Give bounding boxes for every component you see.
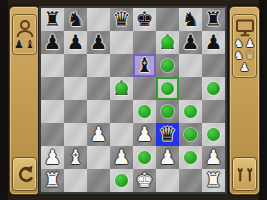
square-a5[interactable]: [41, 77, 64, 100]
square-b1[interactable]: [64, 169, 87, 192]
square-a8[interactable]: ♜: [41, 8, 64, 31]
monitor-icon: [233, 19, 256, 37]
square-f5[interactable]: [156, 77, 179, 100]
right-player-rail: ♞♟♞♛♟: [229, 6, 260, 195]
square-c5[interactable]: [87, 77, 110, 100]
piece-black-pawn: ♟: [64, 31, 87, 54]
square-d1[interactable]: [110, 169, 133, 192]
square-c8[interactable]: [87, 8, 110, 31]
square-b6[interactable]: [64, 54, 87, 77]
left-player-rail: ♟♝: [9, 6, 40, 195]
square-e4[interactable]: [133, 100, 156, 123]
square-e1[interactable]: ♚: [133, 169, 156, 192]
square-g2[interactable]: [179, 146, 202, 169]
computer-player-tray: ♞♟♞♛♟: [232, 14, 257, 78]
move-hint-dot[interactable]: [161, 82, 174, 95]
square-c3[interactable]: ♟: [87, 123, 110, 146]
square-f1[interactable]: [156, 169, 179, 192]
square-g5[interactable]: [179, 77, 202, 100]
square-e2[interactable]: [133, 146, 156, 169]
square-b5[interactable]: [64, 77, 87, 100]
square-a1[interactable]: ♜: [41, 169, 64, 192]
square-g7[interactable]: ♟: [179, 31, 202, 54]
square-e5[interactable]: [133, 77, 156, 100]
square-h5[interactable]: [202, 77, 225, 100]
human-player-tray: ♟♝: [12, 14, 37, 55]
square-f6[interactable]: [156, 54, 179, 77]
square-c2[interactable]: [87, 146, 110, 169]
piece-black-rook: ♜: [202, 8, 225, 31]
move-hint-dot[interactable]: [138, 151, 151, 164]
move-hint-dot[interactable]: [115, 82, 128, 95]
square-f7[interactable]: ♟: [156, 31, 179, 54]
square-h3[interactable]: [202, 123, 225, 146]
square-f2[interactable]: ♟: [156, 146, 179, 169]
piece-black-queen: ♛: [156, 123, 179, 146]
square-c4[interactable]: [87, 100, 110, 123]
undo-button[interactable]: [12, 157, 37, 191]
square-b7[interactable]: ♟: [64, 31, 87, 54]
piece-black-pawn: ♟: [41, 31, 64, 54]
square-h6[interactable]: [202, 54, 225, 77]
square-f4[interactable]: [156, 100, 179, 123]
square-d2[interactable]: ♟: [110, 146, 133, 169]
captured-white-pieces: ♞♟♞♛♟: [233, 38, 256, 74]
move-hint-dot[interactable]: [184, 151, 197, 164]
captured-white-queen: ♛: [245, 50, 256, 62]
square-h2[interactable]: ♟: [202, 146, 225, 169]
square-c7[interactable]: ♟: [87, 31, 110, 54]
move-hint-dot[interactable]: [115, 174, 128, 187]
piece-black-rook: ♜: [41, 8, 64, 31]
captured-black-bishop: ♝: [25, 39, 36, 51]
square-e3[interactable]: ♟: [133, 123, 156, 146]
square-d5[interactable]: ♟: [110, 77, 133, 100]
square-e7[interactable]: [133, 31, 156, 54]
piece-black-queen: ♛: [110, 8, 133, 31]
piece-white-pawn: ♟: [133, 123, 156, 146]
square-d3[interactable]: [110, 123, 133, 146]
square-b2[interactable]: ♝: [64, 146, 87, 169]
square-d6[interactable]: [110, 54, 133, 77]
piece-black-knight: ♞: [64, 8, 87, 31]
move-hint-dot[interactable]: [184, 128, 197, 141]
square-e8[interactable]: ♚: [133, 8, 156, 31]
piece-black-pawn: ♟: [87, 31, 110, 54]
person-icon: [13, 19, 36, 38]
tools-icon: [236, 166, 254, 183]
square-c6[interactable]: [87, 54, 110, 77]
piece-white-rook: ♜: [202, 169, 225, 192]
piece-white-pawn: ♟: [156, 146, 179, 169]
square-h4[interactable]: [202, 100, 225, 123]
captured-black-pawn: ♟: [14, 39, 25, 51]
move-hint-dot[interactable]: [161, 105, 174, 118]
square-a7[interactable]: ♟: [41, 31, 64, 54]
piece-white-rook: ♜: [41, 169, 64, 192]
piece-white-king: ♚: [133, 169, 156, 192]
chess-board: ♜♞♛♚♞♜♟♟♟♟♟♟♝♟♟♟♛♟♝♟♟♟♜♚♜: [39, 6, 227, 194]
square-a6[interactable]: [41, 54, 64, 77]
square-b8[interactable]: ♞: [64, 8, 87, 31]
captured-white-pawn: ♟: [239, 62, 250, 74]
piece-black-pawn: ♟: [179, 31, 202, 54]
piece-black-pawn: ♟: [202, 31, 225, 54]
piece-white-bishop: ♝: [64, 146, 87, 169]
square-a2[interactable]: ♟: [41, 146, 64, 169]
piece-white-pawn: ♟: [202, 146, 225, 169]
square-g6[interactable]: [179, 54, 202, 77]
move-hint-dot[interactable]: [207, 128, 220, 141]
square-b3[interactable]: [64, 123, 87, 146]
square-d8[interactable]: ♛: [110, 8, 133, 31]
settings-button[interactable]: [232, 157, 257, 191]
square-h8[interactable]: ♜: [202, 8, 225, 31]
square-d7[interactable]: [110, 31, 133, 54]
move-hint-dot[interactable]: [161, 36, 174, 49]
square-g1[interactable]: [179, 169, 202, 192]
square-f3[interactable]: ♛: [156, 123, 179, 146]
square-b4[interactable]: [64, 100, 87, 123]
square-g3[interactable]: [179, 123, 202, 146]
square-a3[interactable]: [41, 123, 64, 146]
move-hint-dot[interactable]: [138, 105, 151, 118]
chess-app-window: ♟♝ ♜♞♛♚♞♜♟♟♟♟♟♟♝♟♟♟♛♟♝♟♟♟♜♚♜ ♞♟♞♛♟: [0, 0, 267, 200]
piece-black-king: ♚: [133, 8, 156, 31]
piece-white-pawn: ♟: [110, 146, 133, 169]
move-hint-dot[interactable]: [184, 105, 197, 118]
square-g4[interactable]: [179, 100, 202, 123]
undo-arrow-icon: [15, 165, 35, 183]
square-g8[interactable]: ♞: [179, 8, 202, 31]
square-d4[interactable]: [110, 100, 133, 123]
square-h1[interactable]: ♜: [202, 169, 225, 192]
piece-white-pawn: ♟: [41, 146, 64, 169]
square-f8[interactable]: [156, 8, 179, 31]
move-hint-dot[interactable]: [161, 59, 174, 72]
piece-black-knight: ♞: [179, 8, 202, 31]
square-a4[interactable]: [41, 100, 64, 123]
square-c1[interactable]: [87, 169, 110, 192]
piece-white-pawn: ♟: [87, 123, 110, 146]
square-e6[interactable]: ♝: [133, 54, 156, 77]
captured-black-pieces: ♟♝: [13, 39, 36, 51]
square-h7[interactable]: ♟: [202, 31, 225, 54]
move-hint-dot[interactable]: [207, 82, 220, 95]
piece-black-bishop: ♝: [133, 54, 156, 77]
